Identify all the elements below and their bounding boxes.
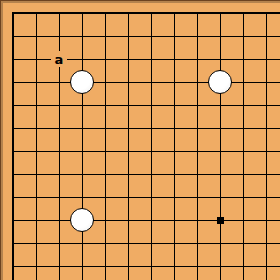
intersection [255,186,278,209]
white-stone [70,70,94,94]
intersection [186,94,209,117]
intersection [255,48,278,71]
intersection [94,163,117,186]
intersection [25,186,48,209]
intersection [163,48,186,71]
intersection [209,209,232,232]
intersection [186,71,209,94]
intersection [163,186,186,209]
intersection [71,2,94,25]
intersection [163,163,186,186]
intersection [2,209,25,232]
intersection [94,140,117,163]
intersection [163,71,186,94]
intersection [209,255,232,278]
point-label: a [51,51,67,67]
intersection [186,140,209,163]
intersection [186,48,209,71]
intersection [186,163,209,186]
intersection [2,94,25,117]
intersection [209,2,232,25]
intersection: a [48,48,71,71]
intersection [232,163,255,186]
go-board-grid: a [2,2,278,278]
intersection [232,255,255,278]
intersection [186,25,209,48]
intersection [25,140,48,163]
intersection [163,25,186,48]
intersection [48,186,71,209]
intersection [140,186,163,209]
intersection [94,25,117,48]
intersection [25,163,48,186]
intersection [140,25,163,48]
intersection [140,94,163,117]
intersection [25,25,48,48]
intersection [255,209,278,232]
intersection [48,94,71,117]
intersection [48,163,71,186]
intersection [94,186,117,209]
intersection [117,163,140,186]
intersection [232,71,255,94]
intersection [71,94,94,117]
go-board: a [0,0,280,280]
intersection [209,48,232,71]
intersection [140,117,163,140]
intersection [2,2,25,25]
intersection [255,71,278,94]
intersection [232,232,255,255]
intersection [117,117,140,140]
intersection [117,140,140,163]
intersection [140,71,163,94]
intersection [117,232,140,255]
intersection [163,255,186,278]
intersection [2,186,25,209]
intersection [71,140,94,163]
intersection [163,232,186,255]
intersection [25,209,48,232]
intersection [255,255,278,278]
intersection [163,140,186,163]
intersection [117,48,140,71]
intersection [209,117,232,140]
intersection [232,2,255,25]
intersection [117,255,140,278]
intersection [209,25,232,48]
intersection [48,25,71,48]
intersection [209,186,232,209]
intersection [232,186,255,209]
intersection [117,209,140,232]
intersection [2,48,25,71]
intersection [2,71,25,94]
intersection [94,209,117,232]
intersection [71,232,94,255]
hoshi-square-marker [217,217,224,224]
intersection [255,140,278,163]
intersection [163,117,186,140]
intersection [140,163,163,186]
intersection [25,2,48,25]
intersection [140,2,163,25]
intersection [94,2,117,25]
intersection [255,163,278,186]
intersection [232,209,255,232]
intersection [117,94,140,117]
intersection [255,117,278,140]
intersection [94,48,117,71]
intersection [25,94,48,117]
intersection [163,209,186,232]
intersection [71,163,94,186]
intersection [209,94,232,117]
intersection [117,71,140,94]
intersection [140,209,163,232]
intersection [94,255,117,278]
intersection [186,255,209,278]
intersection [48,232,71,255]
white-stone [70,208,94,232]
intersection [140,140,163,163]
intersection [117,25,140,48]
intersection [209,232,232,255]
intersection [117,186,140,209]
intersection [48,2,71,25]
intersection [232,94,255,117]
intersection [71,71,94,94]
intersection [94,232,117,255]
intersection [209,71,232,94]
intersection [117,2,140,25]
intersection [140,48,163,71]
intersection [2,232,25,255]
intersection [71,209,94,232]
intersection [2,140,25,163]
intersection [140,232,163,255]
intersection [94,94,117,117]
intersection [71,255,94,278]
intersection [186,232,209,255]
intersection [163,2,186,25]
intersection [2,117,25,140]
intersection [232,117,255,140]
intersection [25,232,48,255]
intersection [163,94,186,117]
intersection [209,140,232,163]
intersection [232,48,255,71]
intersection [48,71,71,94]
intersection [255,94,278,117]
intersection [186,186,209,209]
intersection [255,232,278,255]
intersection [48,117,71,140]
intersection [2,25,25,48]
intersection [2,163,25,186]
intersection [71,48,94,71]
intersection [48,255,71,278]
intersection [25,71,48,94]
intersection [232,140,255,163]
intersection [25,255,48,278]
intersection [209,163,232,186]
intersection [140,255,163,278]
intersection [25,48,48,71]
white-stone [208,70,232,94]
intersection [186,2,209,25]
intersection [2,255,25,278]
intersection [186,209,209,232]
intersection [186,117,209,140]
intersection [94,117,117,140]
intersection [71,186,94,209]
intersection [232,25,255,48]
intersection [48,209,71,232]
intersection [255,25,278,48]
intersection [25,117,48,140]
intersection [48,140,71,163]
intersection [71,25,94,48]
intersection [94,71,117,94]
intersection [255,2,278,25]
intersection [71,117,94,140]
